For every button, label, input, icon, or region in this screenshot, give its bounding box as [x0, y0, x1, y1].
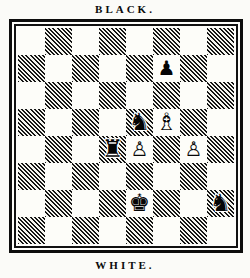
square-e1	[126, 217, 153, 244]
square-d2	[99, 190, 126, 217]
square-f5: ♗	[153, 109, 180, 136]
square-a3	[18, 163, 45, 190]
piece-white-pawn-e4: ♙	[131, 139, 149, 159]
square-b7	[45, 55, 72, 82]
square-e3	[126, 163, 153, 190]
square-h8	[207, 28, 234, 55]
square-e8	[126, 28, 153, 55]
square-f3	[153, 163, 180, 190]
square-f7: ♟	[153, 55, 180, 82]
square-a6	[18, 82, 45, 109]
square-a7	[18, 55, 45, 82]
square-g5	[180, 109, 207, 136]
square-b2	[45, 190, 72, 217]
square-g6	[180, 82, 207, 109]
square-a8	[18, 28, 45, 55]
square-g4: ♙	[180, 136, 207, 163]
square-h3	[207, 163, 234, 190]
square-f4	[153, 136, 180, 163]
square-g7	[180, 55, 207, 82]
square-d8	[99, 28, 126, 55]
square-h1	[207, 217, 234, 244]
square-h2: ♞	[207, 190, 234, 217]
piece-white-bishop-f5: ♗	[156, 110, 178, 134]
square-d1	[99, 217, 126, 244]
piece-black-rook-d4: ♜	[102, 137, 124, 161]
square-a2	[18, 190, 45, 217]
square-b4	[45, 136, 72, 163]
piece-white-pawn-g4: ♙	[185, 139, 203, 159]
board-frame-inner: ♟♞♗♜♙♙♚♞	[14, 24, 238, 248]
square-g8	[180, 28, 207, 55]
square-h7	[207, 55, 234, 82]
square-c6	[72, 82, 99, 109]
square-h4	[207, 136, 234, 163]
square-f6	[153, 82, 180, 109]
square-c3	[72, 163, 99, 190]
square-e6	[126, 82, 153, 109]
square-f2	[153, 190, 180, 217]
square-e4: ♙	[126, 136, 153, 163]
square-e2: ♚	[126, 190, 153, 217]
square-d4: ♜	[99, 136, 126, 163]
square-c5	[72, 109, 99, 136]
square-c7	[72, 55, 99, 82]
piece-black-king-e2: ♚	[129, 191, 151, 215]
square-g2	[180, 190, 207, 217]
square-d7	[99, 55, 126, 82]
square-f1	[153, 217, 180, 244]
square-d6	[99, 82, 126, 109]
square-e7	[126, 55, 153, 82]
piece-black-knight-e5: ♞	[129, 110, 151, 134]
chess-board: ♟♞♗♜♙♙♚♞	[18, 28, 234, 244]
square-b6	[45, 82, 72, 109]
piece-black-pawn-f7: ♟	[158, 58, 176, 78]
square-a1	[18, 217, 45, 244]
square-f8	[153, 28, 180, 55]
board-frame-outer: ♟♞♗♜♙♙♚♞	[9, 19, 243, 253]
square-h5	[207, 109, 234, 136]
square-d5	[99, 109, 126, 136]
square-b5	[45, 109, 72, 136]
square-d3	[99, 163, 126, 190]
square-a5	[18, 109, 45, 136]
square-b1	[45, 217, 72, 244]
square-c1	[72, 217, 99, 244]
square-c8	[72, 28, 99, 55]
square-b8	[45, 28, 72, 55]
square-h6	[207, 82, 234, 109]
square-g1	[180, 217, 207, 244]
piece-black-knight-h2: ♞	[210, 191, 232, 215]
white-side-label: WHITE.	[0, 259, 250, 271]
black-side-label: BLACK.	[0, 3, 250, 15]
square-c2	[72, 190, 99, 217]
square-c4	[72, 136, 99, 163]
square-e5: ♞	[126, 109, 153, 136]
square-b3	[45, 163, 72, 190]
square-a4	[18, 136, 45, 163]
square-g3	[180, 163, 207, 190]
